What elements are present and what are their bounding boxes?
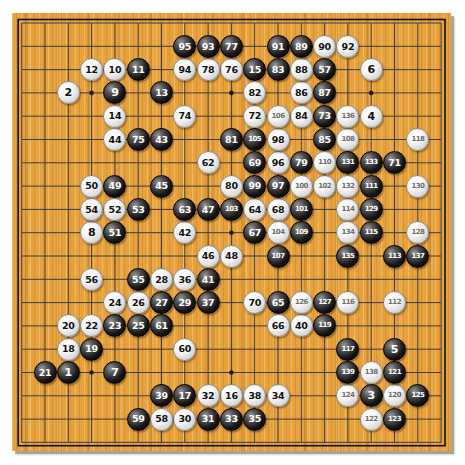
black-stone-move-93: 93 <box>197 35 220 58</box>
move-number: 28 <box>155 275 168 285</box>
black-stone-move-101: 101 <box>290 198 313 221</box>
move-number: 8 <box>88 227 95 238</box>
white-stone-move-112: 112 <box>383 291 406 314</box>
move-number: 134 <box>341 229 354 236</box>
move-number: 123 <box>388 416 401 423</box>
move-number: 110 <box>318 159 331 166</box>
move-number: 19 <box>85 344 98 354</box>
move-number: 116 <box>341 299 354 306</box>
black-stone-move-113: 113 <box>383 245 406 268</box>
move-number: 95 <box>178 42 191 52</box>
black-stone-move-79: 79 <box>290 151 313 174</box>
black-stone-move-45: 45 <box>150 175 173 198</box>
white-stone-move-106: 106 <box>267 105 290 128</box>
white-stone-move-76: 76 <box>220 58 243 81</box>
move-number: 12 <box>85 65 98 75</box>
move-number: 109 <box>295 229 308 236</box>
white-stone-move-62: 62 <box>197 151 220 174</box>
move-number: 93 <box>202 42 215 52</box>
move-number: 107 <box>272 253 285 260</box>
black-stone-move-35: 35 <box>243 408 266 431</box>
move-number: 41 <box>202 275 215 285</box>
black-stone-move-107: 107 <box>267 245 290 268</box>
black-stone-move-65: 65 <box>267 291 290 314</box>
black-stone-move-129: 129 <box>360 198 383 221</box>
move-number: 4 <box>368 111 375 122</box>
move-number: 65 <box>272 298 285 308</box>
black-stone-move-81: 81 <box>220 128 243 151</box>
black-stone-move-115: 115 <box>360 221 383 244</box>
move-number: 88 <box>295 65 308 75</box>
move-number: 112 <box>388 299 401 306</box>
white-stone-move-30: 30 <box>173 408 196 431</box>
black-stone-move-109: 109 <box>290 221 313 244</box>
white-stone-move-36: 36 <box>173 268 196 291</box>
move-number: 5 <box>391 344 398 355</box>
black-stone-move-25: 25 <box>127 314 150 337</box>
white-stone-move-72: 72 <box>243 105 266 128</box>
move-number: 137 <box>411 253 424 260</box>
move-number: 9 <box>111 87 118 98</box>
move-number: 32 <box>202 391 215 401</box>
white-stone-move-58: 58 <box>150 408 173 431</box>
white-stone-move-46: 46 <box>197 245 220 268</box>
move-number: 37 <box>202 298 215 308</box>
move-number: 35 <box>248 414 261 424</box>
white-stone-move-100: 100 <box>290 175 313 198</box>
move-number: 96 <box>272 158 285 168</box>
move-number: 11 <box>132 65 145 75</box>
move-number: 70 <box>248 298 261 308</box>
white-stone-move-14: 14 <box>103 105 126 128</box>
move-number: 124 <box>341 392 354 399</box>
move-number: 100 <box>295 183 308 190</box>
move-number: 68 <box>272 205 285 215</box>
move-number: 78 <box>202 65 215 75</box>
black-stone-move-27: 27 <box>150 291 173 314</box>
white-stone-move-130: 130 <box>406 175 429 198</box>
move-number: 13 <box>155 88 168 98</box>
move-number: 106 <box>272 113 285 120</box>
white-stone-move-28: 28 <box>150 268 173 291</box>
move-number: 127 <box>318 299 331 306</box>
move-number: 77 <box>225 42 238 52</box>
move-number: 20 <box>62 321 75 331</box>
move-number: 71 <box>388 158 401 168</box>
white-stone-move-64: 64 <box>243 198 266 221</box>
black-stone-move-135: 135 <box>336 245 359 268</box>
move-number: 21 <box>39 368 52 378</box>
move-number: 15 <box>248 65 261 75</box>
move-number: 42 <box>178 228 191 238</box>
white-stone-move-60: 60 <box>173 338 196 361</box>
black-stone-move-99: 99 <box>243 175 266 198</box>
move-number: 87 <box>318 88 331 98</box>
black-stone-move-59: 59 <box>127 408 150 431</box>
move-number: 34 <box>272 391 285 401</box>
black-stone-move-53: 53 <box>127 198 150 221</box>
move-number: 111 <box>365 183 378 190</box>
move-number: 136 <box>341 113 354 120</box>
move-number: 48 <box>225 251 238 261</box>
black-stone-move-55: 55 <box>127 268 150 291</box>
black-stone-move-37: 37 <box>197 291 220 314</box>
black-stone-move-73: 73 <box>313 105 336 128</box>
move-number: 67 <box>248 228 261 238</box>
move-number: 38 <box>248 391 261 401</box>
move-number: 90 <box>318 42 331 52</box>
move-number: 79 <box>295 158 308 168</box>
black-stone-move-41: 41 <box>197 268 220 291</box>
move-number: 89 <box>295 42 308 52</box>
move-number: 139 <box>341 369 354 376</box>
move-number: 52 <box>109 205 122 215</box>
move-number: 23 <box>109 321 122 331</box>
black-stone-move-95: 95 <box>173 35 196 58</box>
black-stone-move-43: 43 <box>150 128 173 151</box>
move-number: 44 <box>109 135 122 145</box>
move-number: 45 <box>155 181 168 191</box>
black-stone-move-21: 21 <box>34 361 57 384</box>
white-stone-move-88: 88 <box>290 58 313 81</box>
white-stone-move-98: 98 <box>267 128 290 151</box>
white-stone-move-90: 90 <box>313 35 336 58</box>
white-stone-move-102: 102 <box>313 175 336 198</box>
white-stone-move-48: 48 <box>220 245 243 268</box>
move-number: 3 <box>368 390 375 401</box>
black-stone-move-5: 5 <box>383 338 406 361</box>
move-number: 101 <box>295 206 308 213</box>
move-number: 125 <box>411 392 424 399</box>
move-number: 47 <box>202 205 215 215</box>
white-stone-move-54: 54 <box>80 198 103 221</box>
move-number: 56 <box>85 275 98 285</box>
move-number: 31 <box>202 414 215 424</box>
move-number: 39 <box>155 391 168 401</box>
move-number: 120 <box>388 392 401 399</box>
move-number: 92 <box>342 42 355 52</box>
move-number: 82 <box>248 88 261 98</box>
move-number: 131 <box>341 159 354 166</box>
move-number: 84 <box>295 111 308 121</box>
black-stone-move-103: 103 <box>220 198 243 221</box>
move-number: 86 <box>295 88 308 98</box>
white-stone-move-132: 132 <box>336 175 359 198</box>
black-stone-move-3: 3 <box>360 384 383 407</box>
white-stone-move-56: 56 <box>80 268 103 291</box>
white-stone-move-96: 96 <box>267 151 290 174</box>
white-stone-move-68: 68 <box>267 198 290 221</box>
move-number: 74 <box>178 111 191 121</box>
white-stone-move-136: 136 <box>336 105 359 128</box>
move-number: 18 <box>62 344 75 354</box>
black-stone-move-91: 91 <box>267 35 290 58</box>
black-stone-move-77: 77 <box>220 35 243 58</box>
black-stone-move-137: 137 <box>406 245 429 268</box>
move-number: 17 <box>178 391 191 401</box>
move-number: 36 <box>178 275 191 285</box>
white-stone-move-122: 122 <box>360 408 383 431</box>
move-number: 75 <box>132 135 145 145</box>
black-stone-move-85: 85 <box>313 128 336 151</box>
page: 1234567891011121314151617181920212223242… <box>0 0 465 465</box>
move-number: 29 <box>178 298 191 308</box>
black-stone-move-47: 47 <box>197 198 220 221</box>
move-number: 121 <box>388 369 401 376</box>
move-number: 132 <box>341 183 354 190</box>
move-number: 129 <box>365 206 378 213</box>
move-number: 138 <box>365 369 378 376</box>
move-number: 83 <box>272 65 285 75</box>
move-number: 119 <box>318 322 331 329</box>
black-stone-move-33: 33 <box>220 408 243 431</box>
white-stone-move-32: 32 <box>197 384 220 407</box>
white-stone-move-126: 126 <box>290 291 313 314</box>
white-stone-move-50: 50 <box>80 175 103 198</box>
move-number: 72 <box>248 111 261 121</box>
move-number: 59 <box>132 414 145 424</box>
black-stone-move-1: 1 <box>57 361 80 384</box>
move-number: 130 <box>411 183 424 190</box>
move-number: 40 <box>295 321 308 331</box>
move-number: 73 <box>318 111 331 121</box>
move-number: 30 <box>178 414 191 424</box>
move-number: 57 <box>318 65 331 75</box>
move-number: 76 <box>225 65 238 75</box>
move-number: 61 <box>155 321 168 331</box>
move-number: 1 <box>65 367 72 378</box>
move-number: 91 <box>272 42 285 52</box>
black-stone-move-111: 111 <box>360 175 383 198</box>
move-number: 64 <box>248 205 261 215</box>
move-number: 16 <box>225 391 238 401</box>
move-number: 135 <box>341 253 354 260</box>
white-stone-move-78: 78 <box>197 58 220 81</box>
move-number: 22 <box>85 321 98 331</box>
move-number: 63 <box>178 205 191 215</box>
white-stone-move-26: 26 <box>127 291 150 314</box>
move-number: 60 <box>178 344 191 354</box>
move-number: 113 <box>388 253 401 260</box>
move-number: 80 <box>225 181 238 191</box>
move-number: 6 <box>368 64 375 75</box>
black-stone-move-133: 133 <box>360 151 383 174</box>
move-number: 55 <box>132 275 145 285</box>
move-number: 50 <box>85 181 98 191</box>
move-number: 98 <box>272 135 285 145</box>
move-number: 81 <box>225 135 238 145</box>
move-number: 103 <box>225 206 238 213</box>
white-stone-move-104: 104 <box>267 221 290 244</box>
move-number: 24 <box>109 298 122 308</box>
move-number: 33 <box>225 414 238 424</box>
move-number: 54 <box>85 205 98 215</box>
move-number: 97 <box>272 181 285 191</box>
move-number: 7 <box>111 367 118 378</box>
move-number: 43 <box>155 135 168 145</box>
move-number: 66 <box>272 321 285 331</box>
black-stone-move-75: 75 <box>127 128 150 151</box>
black-stone-move-49: 49 <box>103 175 126 198</box>
move-number: 26 <box>132 298 145 308</box>
black-stone-move-121: 121 <box>383 361 406 384</box>
move-number: 69 <box>248 158 261 168</box>
move-number: 122 <box>365 416 378 423</box>
move-number: 118 <box>411 136 424 143</box>
move-number: 133 <box>365 159 378 166</box>
move-number: 62 <box>202 158 215 168</box>
white-stone-move-74: 74 <box>173 105 196 128</box>
move-number: 128 <box>411 229 424 236</box>
white-stone-move-84: 84 <box>290 105 313 128</box>
move-number: 108 <box>341 136 354 143</box>
black-stone-move-123: 123 <box>383 408 406 431</box>
move-number: 46 <box>202 251 215 261</box>
black-stone-move-19: 19 <box>80 338 103 361</box>
move-number: 102 <box>318 183 331 190</box>
move-number: 85 <box>318 135 331 145</box>
move-number: 105 <box>248 136 261 143</box>
white-stone-move-80: 80 <box>220 175 243 198</box>
move-number: 99 <box>248 181 261 191</box>
white-stone-move-66: 66 <box>267 314 290 337</box>
black-stone-move-31: 31 <box>197 408 220 431</box>
move-number: 115 <box>365 229 378 236</box>
move-number: 14 <box>109 111 122 121</box>
black-stone-move-97: 97 <box>267 175 290 198</box>
black-stone-move-89: 89 <box>290 35 313 58</box>
white-stone-move-4: 4 <box>360 105 383 128</box>
move-number: 2 <box>65 87 72 98</box>
move-number: 104 <box>272 229 285 236</box>
move-number: 126 <box>295 299 308 306</box>
white-stone-move-18: 18 <box>57 338 80 361</box>
move-number: 10 <box>109 65 122 75</box>
move-number: 27 <box>155 298 168 308</box>
white-stone-move-138: 138 <box>360 361 383 384</box>
black-stone-move-11: 11 <box>127 58 150 81</box>
move-number: 25 <box>132 321 145 331</box>
move-number: 94 <box>178 65 191 75</box>
move-number: 117 <box>341 346 354 353</box>
move-number: 53 <box>132 205 145 215</box>
black-stone-move-83: 83 <box>267 58 290 81</box>
move-number: 49 <box>109 181 122 191</box>
black-stone-move-117: 117 <box>336 338 359 361</box>
move-number: 114 <box>341 206 354 213</box>
move-number: 58 <box>155 414 168 424</box>
white-stone-move-34: 34 <box>267 384 290 407</box>
white-stone-move-6: 6 <box>360 58 383 81</box>
move-number: 51 <box>109 228 122 238</box>
